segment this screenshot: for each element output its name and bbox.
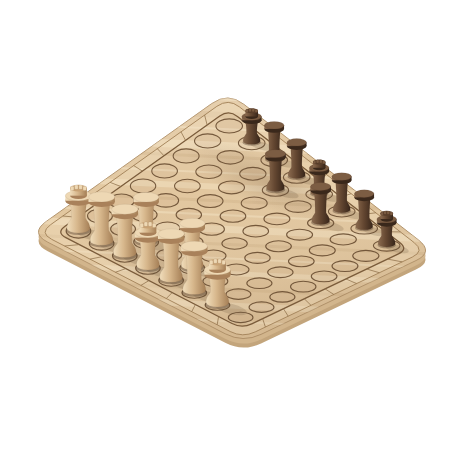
cell-a5[interactable] [152, 164, 178, 178]
cell-h2[interactable] [249, 302, 274, 312]
cell-e4[interactable] [222, 238, 247, 250]
cell-g4[interactable] [268, 267, 293, 278]
cell-h7[interactable] [353, 250, 379, 261]
cell-f5[interactable] [266, 241, 292, 252]
cell-h4[interactable] [291, 281, 316, 292]
cell-d5[interactable] [220, 210, 246, 222]
cell-f4[interactable] [245, 252, 270, 263]
cell-h3[interactable] [270, 292, 295, 303]
cell-b5[interactable] [175, 179, 201, 192]
cell-h5[interactable] [311, 271, 337, 282]
cell-g5[interactable] [288, 256, 314, 267]
cell-a4[interactable] [130, 179, 155, 193]
cell-g7[interactable] [330, 234, 356, 245]
cell-g6[interactable] [309, 245, 335, 256]
product-render [0, 0, 450, 450]
cell-c5[interactable] [197, 195, 223, 208]
cell-h6[interactable] [332, 261, 358, 272]
board-scene [0, 0, 450, 450]
cell-g3[interactable] [247, 278, 272, 289]
cell-e5[interactable] [243, 225, 269, 237]
cell-f6[interactable] [287, 229, 313, 240]
cell-a8[interactable] [216, 119, 243, 133]
